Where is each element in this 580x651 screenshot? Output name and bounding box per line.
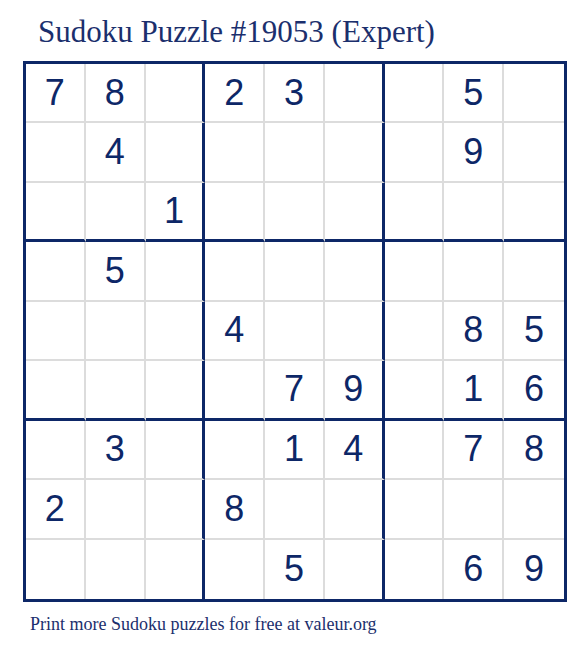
cell-r7c9: 8 bbox=[504, 421, 564, 480]
cell-r9c1 bbox=[26, 540, 86, 599]
cell-r1c2: 8 bbox=[86, 64, 146, 123]
cell-r1c4: 2 bbox=[205, 64, 265, 123]
cell-r5c8: 8 bbox=[444, 302, 504, 361]
cell-r1c8: 5 bbox=[444, 64, 504, 123]
cell-r9c8: 6 bbox=[444, 540, 504, 599]
cell-r8c5 bbox=[265, 480, 325, 539]
cell-r7c2: 3 bbox=[86, 421, 146, 480]
cell-r4c7 bbox=[385, 242, 445, 301]
cell-r6c1 bbox=[26, 361, 86, 420]
cell-r2c9 bbox=[504, 123, 564, 182]
footer-text: Print more Sudoku puzzles for free at va… bbox=[30, 614, 377, 635]
cell-r9c9: 9 bbox=[504, 540, 564, 599]
cell-r4c3 bbox=[146, 242, 206, 301]
cell-r2c8: 9 bbox=[444, 123, 504, 182]
cell-r3c8 bbox=[444, 183, 504, 242]
cell-r9c4 bbox=[205, 540, 265, 599]
cell-r5c2 bbox=[86, 302, 146, 361]
cell-r4c9 bbox=[504, 242, 564, 301]
cell-r8c1: 2 bbox=[26, 480, 86, 539]
cell-r2c3 bbox=[146, 123, 206, 182]
cell-r8c3 bbox=[146, 480, 206, 539]
cell-r6c3 bbox=[146, 361, 206, 420]
cell-r7c3 bbox=[146, 421, 206, 480]
cell-r4c1 bbox=[26, 242, 86, 301]
cell-r6c7 bbox=[385, 361, 445, 420]
sudoku-board: 78235491548579163147828569 bbox=[23, 61, 567, 602]
cell-r3c5 bbox=[265, 183, 325, 242]
cell-r1c7 bbox=[385, 64, 445, 123]
cell-r6c2 bbox=[86, 361, 146, 420]
cell-r5c9: 5 bbox=[504, 302, 564, 361]
cell-r3c3: 1 bbox=[146, 183, 206, 242]
cell-r6c6: 9 bbox=[325, 361, 385, 420]
cell-r7c6: 4 bbox=[325, 421, 385, 480]
cell-r6c4 bbox=[205, 361, 265, 420]
puzzle-title: Sudoku Puzzle #19053 (Expert) bbox=[38, 14, 435, 50]
cell-r8c4: 8 bbox=[205, 480, 265, 539]
cell-r2c6 bbox=[325, 123, 385, 182]
cell-r5c7 bbox=[385, 302, 445, 361]
cell-r4c8 bbox=[444, 242, 504, 301]
cell-r3c2 bbox=[86, 183, 146, 242]
cell-r4c4 bbox=[205, 242, 265, 301]
cell-r4c6 bbox=[325, 242, 385, 301]
cell-r2c7 bbox=[385, 123, 445, 182]
cell-r6c8: 1 bbox=[444, 361, 504, 420]
cell-r7c4 bbox=[205, 421, 265, 480]
cell-r1c3 bbox=[146, 64, 206, 123]
cell-r9c5: 5 bbox=[265, 540, 325, 599]
cell-r9c2 bbox=[86, 540, 146, 599]
cell-r4c5 bbox=[265, 242, 325, 301]
cell-r1c5: 3 bbox=[265, 64, 325, 123]
cell-r2c5 bbox=[265, 123, 325, 182]
cell-r9c7 bbox=[385, 540, 445, 599]
cell-r5c4: 4 bbox=[205, 302, 265, 361]
cell-r1c9 bbox=[504, 64, 564, 123]
cell-r7c8: 7 bbox=[444, 421, 504, 480]
cell-r2c4 bbox=[205, 123, 265, 182]
cell-r4c2: 5 bbox=[86, 242, 146, 301]
cell-r8c8 bbox=[444, 480, 504, 539]
cell-r6c5: 7 bbox=[265, 361, 325, 420]
cell-r1c6 bbox=[325, 64, 385, 123]
cell-r8c9 bbox=[504, 480, 564, 539]
cell-r5c1 bbox=[26, 302, 86, 361]
cell-r9c3 bbox=[146, 540, 206, 599]
cell-r8c7 bbox=[385, 480, 445, 539]
cell-r3c7 bbox=[385, 183, 445, 242]
cell-r7c7 bbox=[385, 421, 445, 480]
cell-r3c6 bbox=[325, 183, 385, 242]
cell-r1c1: 7 bbox=[26, 64, 86, 123]
cell-r3c9 bbox=[504, 183, 564, 242]
cell-r3c4 bbox=[205, 183, 265, 242]
cell-r7c5: 1 bbox=[265, 421, 325, 480]
sudoku-print-page: Sudoku Puzzle #19053 (Expert) 7823549154… bbox=[0, 0, 580, 651]
cell-r5c3 bbox=[146, 302, 206, 361]
cell-r8c2 bbox=[86, 480, 146, 539]
cell-r8c6 bbox=[325, 480, 385, 539]
cell-r2c1 bbox=[26, 123, 86, 182]
cell-r2c2: 4 bbox=[86, 123, 146, 182]
cell-r7c1 bbox=[26, 421, 86, 480]
cell-r5c6 bbox=[325, 302, 385, 361]
cell-r9c6 bbox=[325, 540, 385, 599]
cell-r3c1 bbox=[26, 183, 86, 242]
cell-r5c5 bbox=[265, 302, 325, 361]
cell-r6c9: 6 bbox=[504, 361, 564, 420]
